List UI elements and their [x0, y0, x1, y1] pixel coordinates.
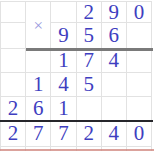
empty-cell-r5c4 [77, 97, 102, 121]
empty-cell-r3c6 [127, 49, 152, 73]
multiply-operator: × [26, 2, 51, 49]
cell-r6c5: 4 [102, 121, 127, 147]
cell-r4c2: 1 [26, 73, 51, 97]
empty-cell-r4c6 [127, 73, 152, 97]
cell-r6c1: 2 [1, 121, 26, 147]
multiplication-grid: ×290956174145261277240 [0, 1, 152, 151]
cell-r3c5: 4 [102, 49, 127, 73]
empty-cell-r3c1 [1, 49, 26, 73]
cell-r4c3: 4 [51, 73, 76, 97]
cell-r5c1: 2 [1, 97, 26, 121]
empty-cell-r2c6 [127, 23, 152, 49]
cell-r6c2: 7 [26, 121, 51, 147]
stub-cell-c4 [77, 147, 102, 151]
stub-cell-c6 [127, 147, 152, 151]
stub-cell-c5 [102, 147, 127, 151]
cell-r3c4: 7 [77, 49, 102, 73]
cell-r2c3: 9 [51, 23, 76, 49]
cell-r2c4: 5 [77, 23, 102, 49]
empty-cell-r4c5 [102, 73, 127, 97]
cell-r2c5: 6 [102, 23, 127, 49]
cell-r1c4: 2 [77, 2, 102, 23]
cell-r5c2: 6 [26, 97, 51, 121]
long-multiplication-worksheet: ×290956174145261277240 [0, 0, 154, 151]
empty-cell-r1c1 [1, 2, 26, 23]
empty-cell-r5c5 [102, 97, 127, 121]
empty-cell-r4c1 [1, 73, 26, 97]
cell-r4c4: 5 [77, 73, 102, 97]
cell-r6c6: 0 [127, 121, 152, 147]
cell-r6c3: 7 [51, 121, 76, 147]
empty-cell-r2c1 [1, 23, 26, 49]
cell-r3c3: 1 [51, 49, 76, 73]
empty-cell-r3c2 [26, 49, 51, 73]
cell-r1c5: 9 [102, 2, 127, 23]
stub-cell-c2 [26, 147, 51, 151]
cell-r6c4: 2 [77, 121, 102, 147]
cell-r5c3: 1 [51, 97, 76, 121]
stub-cell-c3 [51, 147, 76, 151]
stub-cell-c1 [1, 147, 26, 151]
empty-cell-r5c6 [127, 97, 152, 121]
empty-cell-r1c3 [51, 2, 76, 23]
cell-r1c6: 0 [127, 2, 152, 23]
